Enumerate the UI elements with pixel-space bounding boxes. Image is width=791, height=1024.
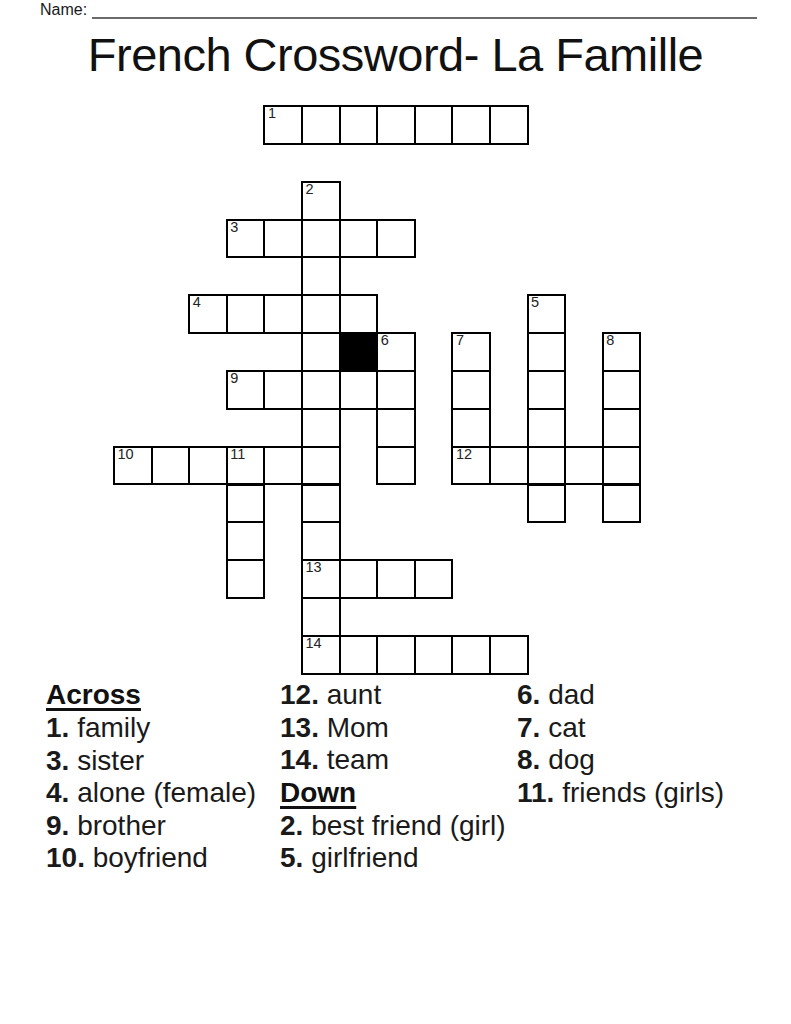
- clue-number: 11.: [517, 777, 554, 808]
- grid-cell-r3c6[interactable]: [339, 219, 379, 259]
- grid-cell-r8c9[interactable]: [451, 408, 491, 448]
- grid-cell-r9c3[interactable]: 11: [226, 446, 266, 486]
- clue-text: team: [319, 744, 389, 775]
- grid-cell-r7c13[interactable]: [602, 370, 642, 410]
- grid-cell-r3c4[interactable]: [263, 219, 303, 259]
- grid-cell-r7c3[interactable]: 9: [226, 370, 266, 410]
- grid-cell-r6c7[interactable]: 6: [376, 332, 416, 372]
- cell-number-9: 9: [230, 371, 238, 387]
- clue-number: 2.: [280, 810, 303, 841]
- grid-cell-r0c9[interactable]: [451, 105, 491, 145]
- grid-cell-r9c0[interactable]: 10: [113, 446, 153, 486]
- grid-cell-r9c4[interactable]: [263, 446, 303, 486]
- grid-cell-r7c7[interactable]: [376, 370, 416, 410]
- clue-text: aunt: [319, 679, 381, 710]
- grid-cell-r7c5[interactable]: [301, 370, 341, 410]
- grid-cell-r14c9[interactable]: [451, 635, 491, 675]
- grid-cell-r0c4[interactable]: 1: [263, 105, 303, 145]
- clue-text: Mom: [319, 712, 389, 743]
- grid-cell-r8c7[interactable]: [376, 408, 416, 448]
- grid-cell-r9c12[interactable]: [564, 446, 604, 486]
- grid-cell-r4c5[interactable]: [301, 256, 341, 296]
- grid-cell-r14c8[interactable]: [414, 635, 454, 675]
- grid-cell-r0c5[interactable]: [301, 105, 341, 145]
- grid-cell-r9c5[interactable]: [301, 446, 341, 486]
- clue-text: girlfriend: [303, 842, 418, 873]
- clue-text: cat: [540, 712, 585, 743]
- clue-number: 6.: [517, 679, 540, 710]
- grid-cell-r0c6[interactable]: [339, 105, 379, 145]
- grid-cell-r2c5[interactable]: 2: [301, 181, 341, 221]
- clue-text: boyfriend: [85, 842, 208, 873]
- page-title: French Crossword- La Famille: [0, 27, 791, 82]
- grid-cell-r14c6[interactable]: [339, 635, 379, 675]
- across-header: Across: [46, 681, 278, 709]
- down-header: Down: [280, 779, 512, 807]
- grid-cell-r14c7[interactable]: [376, 635, 416, 675]
- cell-number-13: 13: [306, 560, 322, 576]
- clue-9-across: 9. brother: [46, 812, 278, 841]
- grid-cell-r5c5[interactable]: [301, 294, 341, 334]
- grid-cell-r0c10[interactable]: [489, 105, 529, 145]
- cell-number-8: 8: [606, 333, 614, 349]
- grid-cell-r9c10[interactable]: [489, 446, 529, 486]
- grid-cell-r7c6[interactable]: [339, 370, 379, 410]
- grid-cell-r6c13[interactable]: 8: [602, 332, 642, 372]
- clue-text: friends (girls): [554, 777, 724, 808]
- clue-number: 9.: [46, 810, 69, 841]
- clue-text: dog: [540, 744, 595, 775]
- clue-2-down: 2. best friend (girl): [280, 812, 512, 841]
- clue-6-down: 6. dad: [517, 681, 749, 710]
- clue-number: 14.: [280, 744, 319, 775]
- grid-cell-r9c13[interactable]: [602, 446, 642, 486]
- clue-13-across: 13. Mom: [280, 714, 512, 743]
- clue-text: brother: [69, 810, 166, 841]
- name-label: Name:: [40, 1, 87, 19]
- grid-cell-r0c8[interactable]: [414, 105, 454, 145]
- clue-number: 5.: [280, 842, 303, 873]
- cell-number-12: 12: [456, 447, 472, 463]
- cell-number-5: 5: [531, 295, 539, 311]
- grid-cell-r10c11[interactable]: [527, 484, 567, 524]
- clue-number: 1.: [46, 712, 69, 743]
- clue-column-3: 6. dad7. cat8. dog11. friends (girls): [517, 681, 749, 811]
- cell-number-4: 4: [193, 295, 201, 311]
- cell-number-2: 2: [306, 182, 314, 198]
- grid-cell-r10c3[interactable]: [226, 484, 266, 524]
- clue-column-2: 12. aunt13. Mom14. teamDown2. best frien…: [280, 681, 512, 877]
- grid-cell-r11c5[interactable]: [301, 521, 341, 561]
- black-cell: [339, 332, 379, 372]
- grid-cell-r7c4[interactable]: [263, 370, 303, 410]
- grid-cell-r8c5[interactable]: [301, 408, 341, 448]
- grid-cell-r3c5[interactable]: [301, 219, 341, 259]
- clue-number: 7.: [517, 712, 540, 743]
- grid-cell-r14c5[interactable]: 14: [301, 635, 341, 675]
- clue-12-across: 12. aunt: [280, 681, 512, 710]
- grid-cell-r5c6[interactable]: [339, 294, 379, 334]
- clue-text: family: [69, 712, 150, 743]
- clue-column-1: Across1. family3. sister4. alone (female…: [46, 681, 278, 877]
- crossword-grid: 1234567891011121314: [113, 105, 643, 676]
- grid-cell-r5c11[interactable]: 5: [527, 294, 567, 334]
- clue-text: best friend (girl): [303, 810, 505, 841]
- clue-text: sister: [69, 745, 144, 776]
- clue-text: dad: [540, 679, 595, 710]
- cell-number-6: 6: [381, 333, 389, 349]
- clue-number: 3.: [46, 745, 69, 776]
- grid-cell-r13c5[interactable]: [301, 597, 341, 637]
- clue-number: 8.: [517, 744, 540, 775]
- grid-cell-r5c3[interactable]: [226, 294, 266, 334]
- name-row: Name:: [40, 1, 720, 21]
- cell-number-7: 7: [456, 333, 464, 349]
- grid-cell-r3c3[interactable]: 3: [226, 219, 266, 259]
- clue-8-down: 8. dog: [517, 746, 749, 775]
- grid-cell-r6c9[interactable]: 7: [451, 332, 491, 372]
- grid-cell-r6c5[interactable]: [301, 332, 341, 372]
- cell-number-10: 10: [118, 447, 134, 463]
- grid-cell-r10c5[interactable]: [301, 484, 341, 524]
- grid-cell-r12c3[interactable]: [226, 559, 266, 599]
- cell-number-1: 1: [268, 106, 276, 122]
- grid-cell-r11c3[interactable]: [226, 521, 266, 561]
- clue-number: 12.: [280, 679, 319, 710]
- clue-10-across: 10. boyfriend: [46, 844, 278, 873]
- clue-number: 13.: [280, 712, 319, 743]
- grid-cell-r12c5[interactable]: 13: [301, 559, 341, 599]
- grid-cell-r9c11[interactable]: [527, 446, 567, 486]
- grid-cell-r9c2[interactable]: [188, 446, 228, 486]
- grid-cell-r7c9[interactable]: [451, 370, 491, 410]
- grid-cell-r12c8[interactable]: [414, 559, 454, 599]
- grid-cell-r9c9[interactable]: 12: [451, 446, 491, 486]
- clue-number: 10.: [46, 842, 85, 873]
- grid-cell-r5c2[interactable]: 4: [188, 294, 228, 334]
- grid-cell-r9c1[interactable]: [151, 446, 191, 486]
- grid-cell-r6c11[interactable]: [527, 332, 567, 372]
- name-blank-line[interactable]: [92, 1, 757, 19]
- grid-cell-r8c13[interactable]: [602, 408, 642, 448]
- clue-4-across: 4. alone (female): [46, 779, 278, 808]
- clue-number: 4.: [46, 777, 69, 808]
- grid-cell-r3c7[interactable]: [376, 219, 416, 259]
- grid-cell-r9c7[interactable]: [376, 446, 416, 486]
- cell-number-3: 3: [230, 220, 238, 236]
- grid-cell-r10c13[interactable]: [602, 484, 642, 524]
- grid-cell-r5c4[interactable]: [263, 294, 303, 334]
- clue-text: alone (female): [69, 777, 256, 808]
- cell-number-11: 11: [230, 447, 245, 463]
- grid-cell-r12c6[interactable]: [339, 559, 379, 599]
- clue-3-across: 3. sister: [46, 747, 278, 776]
- grid-cell-r8c11[interactable]: [527, 408, 567, 448]
- clue-5-down: 5. girlfriend: [280, 844, 512, 873]
- grid-cell-r12c7[interactable]: [376, 559, 416, 599]
- grid-cell-r14c10[interactable]: [489, 635, 529, 675]
- cell-number-14: 14: [306, 636, 322, 652]
- grid-cell-r7c11[interactable]: [527, 370, 567, 410]
- clue-11-down: 11. friends (girls): [517, 779, 749, 808]
- clue-14-across: 14. team: [280, 746, 512, 775]
- grid-cell-r0c7[interactable]: [376, 105, 416, 145]
- clue-7-down: 7. cat: [517, 714, 749, 743]
- clue-1-across: 1. family: [46, 714, 278, 743]
